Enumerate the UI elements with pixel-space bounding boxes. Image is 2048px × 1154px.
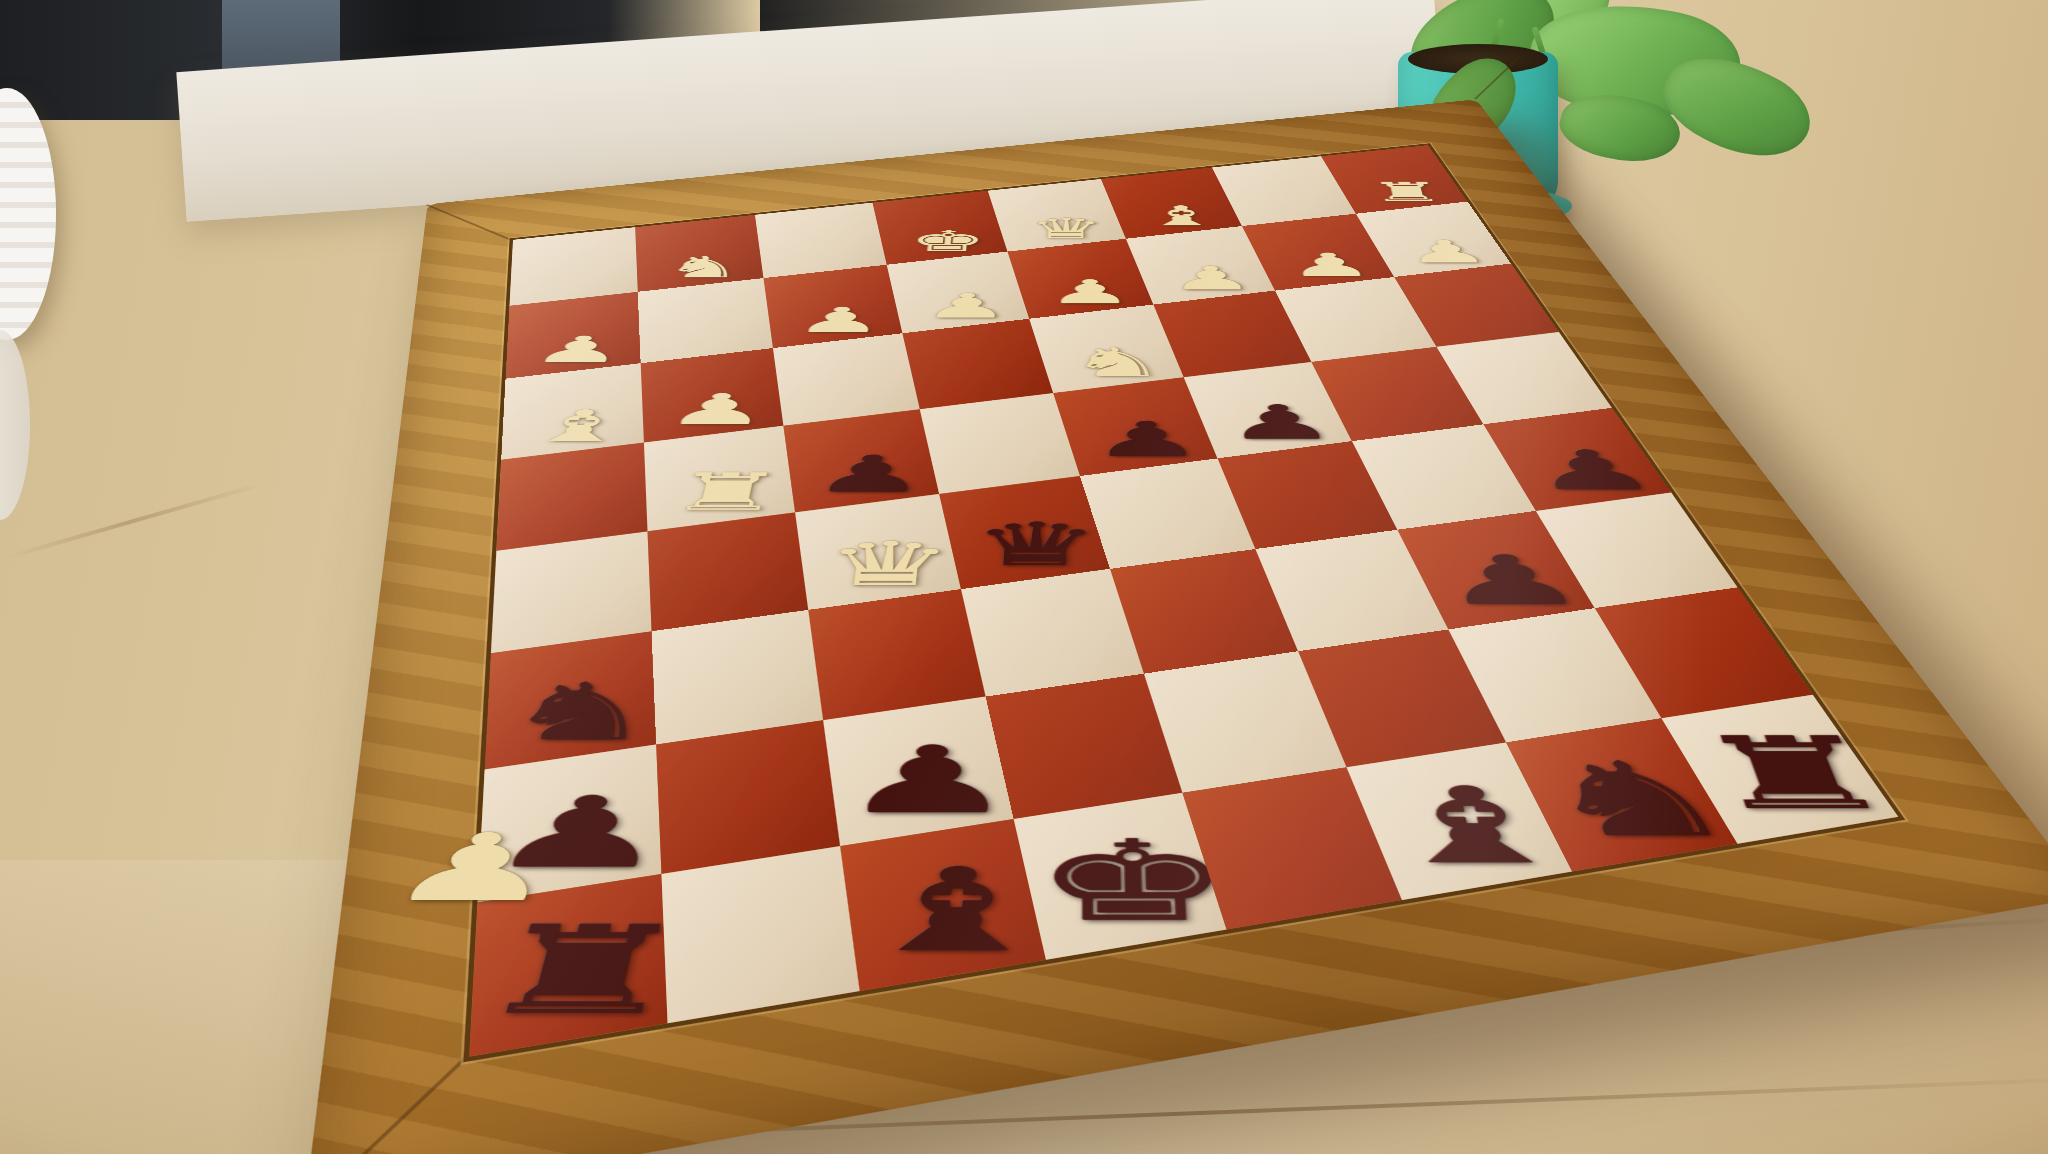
piece-bR-a8: ♜	[1684, 725, 1912, 825]
piece-wQ-d1: ♛	[1028, 215, 1104, 243]
piece-bP-a5: ♟	[1523, 444, 1664, 498]
piece-wR-a1: ♜	[1367, 179, 1447, 205]
piece-bP-c4: ♟	[1223, 399, 1339, 446]
frame-miter-joint	[426, 204, 515, 241]
white-bowl-base	[0, 330, 30, 520]
chessboard-squares: ♞♚♛♝♜♟♟♟♟♟♟♟♝♟♞♜♟♟♟♛♛♟♞♟♟♟♜♝♚♝♞♜	[469, 145, 1898, 1057]
white-bowl	[0, 88, 56, 340]
table-plank-seam	[4, 484, 255, 560]
piece-bN-h6: ♞	[492, 673, 669, 752]
piece-wR-g4: ♜	[663, 467, 790, 518]
piece-wQ-f5: ♛	[818, 534, 956, 595]
piece-bP-d4: ♟	[1091, 416, 1204, 464]
piece-wN-d3: ♞	[1068, 342, 1166, 382]
piece-wP-h2: ♟	[528, 332, 630, 368]
piece-wK-e1: ♚	[908, 227, 987, 255]
spare-white-pawn-on-frame: ♟	[376, 821, 574, 914]
frame-miter-joint	[301, 1052, 472, 1154]
piece-wP-e2: ♟	[922, 289, 1011, 323]
piece-wP-b2: ♟	[1286, 249, 1376, 281]
piece-wN-g1: ♞	[662, 253, 748, 283]
piece-wP-a2: ♟	[1402, 236, 1493, 267]
piece-bP-f7: ♟	[837, 735, 1020, 828]
piece-wP-g3: ♟	[663, 388, 774, 430]
square-f8: ♝	[840, 819, 1046, 991]
piece-wP-d2: ♟	[1047, 276, 1133, 309]
piece-bP-f4: ♟	[809, 449, 930, 499]
photo-scene: ♞♚♛♝♜♟♟♟♟♟♟♟♝♟♞♜♟♟♟♛♛♟♞♟♟♟♜♝♚♝♞♜ ♟	[0, 0, 2048, 1154]
piece-wB-h3: ♝	[522, 404, 638, 447]
piece-wP-c2: ♟	[1168, 262, 1256, 294]
square-g8	[661, 846, 859, 1023]
piece-wB-c1: ♝	[1144, 203, 1221, 230]
piece-bQ-e5: ♛	[969, 515, 1101, 575]
piece-wP-f2: ♟	[793, 303, 886, 338]
